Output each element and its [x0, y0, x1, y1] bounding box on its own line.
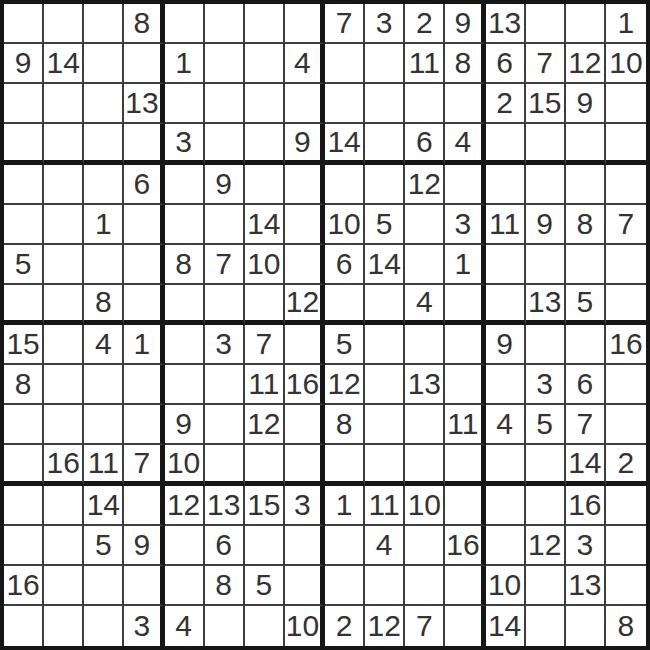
cell-r16c1[interactable]: [4, 606, 44, 646]
cell-r14c15[interactable]: 3: [566, 526, 606, 566]
cell-r4c7[interactable]: [245, 124, 285, 164]
cell-r11c1[interactable]: [4, 405, 44, 445]
cell-r11c15[interactable]: 7: [566, 405, 606, 445]
cell-r7c12[interactable]: 1: [445, 245, 485, 285]
cell-r12c9[interactable]: [325, 445, 365, 485]
cell-r10c16[interactable]: [606, 365, 646, 405]
cell-r2c5[interactable]: 1: [165, 44, 205, 84]
cell-r16c9[interactable]: 2: [325, 606, 365, 646]
cell-r7c14[interactable]: [526, 245, 566, 285]
cell-r3c3[interactable]: [84, 84, 124, 124]
cell-r7c6[interactable]: 7: [205, 245, 245, 285]
cell-r10c7[interactable]: 11: [245, 365, 285, 405]
cell-r16c15[interactable]: [566, 606, 606, 646]
cell-r16c7[interactable]: [245, 606, 285, 646]
cell-r13c7[interactable]: 15: [245, 486, 285, 526]
cell-r9c3[interactable]: 4: [84, 325, 124, 365]
cell-r13c15[interactable]: 16: [566, 486, 606, 526]
cell-r7c15[interactable]: [566, 245, 606, 285]
cell-r2c15[interactable]: 12: [566, 44, 606, 84]
cell-r2c4[interactable]: [124, 44, 164, 84]
cell-r1c16[interactable]: 1: [606, 4, 646, 44]
cell-r5c1[interactable]: [4, 165, 44, 205]
cell-r5c7[interactable]: [245, 165, 285, 205]
cell-r6c5[interactable]: [165, 205, 205, 245]
cell-r9c9[interactable]: 5: [325, 325, 365, 365]
cell-r7c8[interactable]: [285, 245, 325, 285]
cell-r5c10[interactable]: [365, 165, 405, 205]
cell-r3c6[interactable]: [205, 84, 245, 124]
cell-r3c4[interactable]: 13: [124, 84, 164, 124]
cell-r1c14[interactable]: [526, 4, 566, 44]
cell-r12c2[interactable]: 16: [44, 445, 84, 485]
cell-r9c8[interactable]: [285, 325, 325, 365]
cell-r13c8[interactable]: 3: [285, 486, 325, 526]
cell-r8c11[interactable]: 4: [405, 285, 445, 325]
cell-r4c14[interactable]: [526, 124, 566, 164]
cell-r6c1[interactable]: [4, 205, 44, 245]
cell-r3c8[interactable]: [285, 84, 325, 124]
cell-r12c1[interactable]: [4, 445, 44, 485]
cell-r14c3[interactable]: 5: [84, 526, 124, 566]
cell-r11c8[interactable]: [285, 405, 325, 445]
cell-r13c4[interactable]: [124, 486, 164, 526]
cell-r11c9[interactable]: 8: [325, 405, 365, 445]
cell-r14c7[interactable]: [245, 526, 285, 566]
cell-r4c13[interactable]: [486, 124, 526, 164]
cell-r3c2[interactable]: [44, 84, 84, 124]
cell-r2c16[interactable]: 10: [606, 44, 646, 84]
cell-r3c16[interactable]: [606, 84, 646, 124]
cell-r9c7[interactable]: 7: [245, 325, 285, 365]
cell-r15c11[interactable]: [405, 566, 445, 606]
cell-r2c2[interactable]: 14: [44, 44, 84, 84]
cell-r6c11[interactable]: [405, 205, 445, 245]
cell-r9c11[interactable]: [405, 325, 445, 365]
cell-r5c14[interactable]: [526, 165, 566, 205]
cell-r14c6[interactable]: 6: [205, 526, 245, 566]
cell-r13c10[interactable]: 11: [365, 486, 405, 526]
cell-r9c13[interactable]: 9: [486, 325, 526, 365]
cell-r16c5[interactable]: 4: [165, 606, 205, 646]
cell-r15c15[interactable]: 13: [566, 566, 606, 606]
cell-r6c7[interactable]: 14: [245, 205, 285, 245]
cell-r12c5[interactable]: 10: [165, 445, 205, 485]
cell-r2c1[interactable]: 9: [4, 44, 44, 84]
cell-r16c14[interactable]: [526, 606, 566, 646]
cell-r9c6[interactable]: 3: [205, 325, 245, 365]
cell-r8c9[interactable]: [325, 285, 365, 325]
cell-r14c2[interactable]: [44, 526, 84, 566]
cell-r14c14[interactable]: 12: [526, 526, 566, 566]
cell-r13c13[interactable]: [486, 486, 526, 526]
cell-r1c15[interactable]: [566, 4, 606, 44]
cell-r13c9[interactable]: 1: [325, 486, 365, 526]
cell-r2c8[interactable]: 4: [285, 44, 325, 84]
cell-r15c12[interactable]: [445, 566, 485, 606]
cell-r5c13[interactable]: [486, 165, 526, 205]
cell-r8c3[interactable]: 8: [84, 285, 124, 325]
cell-r15c10[interactable]: [365, 566, 405, 606]
cell-r13c2[interactable]: [44, 486, 84, 526]
cell-r4c3[interactable]: [84, 124, 124, 164]
cell-r14c11[interactable]: [405, 526, 445, 566]
cell-r15c6[interactable]: 8: [205, 566, 245, 606]
cell-r8c13[interactable]: [486, 285, 526, 325]
cell-r16c3[interactable]: [84, 606, 124, 646]
cell-r10c12[interactable]: [445, 365, 485, 405]
cell-r3c1[interactable]: [4, 84, 44, 124]
cell-r4c12[interactable]: 4: [445, 124, 485, 164]
cell-r8c7[interactable]: [245, 285, 285, 325]
cell-r12c11[interactable]: [405, 445, 445, 485]
cell-r13c14[interactable]: [526, 486, 566, 526]
cell-r6c12[interactable]: 3: [445, 205, 485, 245]
cell-r7c2[interactable]: [44, 245, 84, 285]
cell-r6c14[interactable]: 9: [526, 205, 566, 245]
cell-r5c5[interactable]: [165, 165, 205, 205]
cell-r16c6[interactable]: [205, 606, 245, 646]
cell-r1c11[interactable]: 2: [405, 4, 445, 44]
cell-r4c11[interactable]: 6: [405, 124, 445, 164]
cell-r11c11[interactable]: [405, 405, 445, 445]
cell-r15c5[interactable]: [165, 566, 205, 606]
cell-r10c9[interactable]: 12: [325, 365, 365, 405]
cell-r2c10[interactable]: [365, 44, 405, 84]
cell-r2c6[interactable]: [205, 44, 245, 84]
puzzle-page: 8732913191414118671210132159391464691211…: [0, 0, 650, 650]
cell-r8c8[interactable]: 12: [285, 285, 325, 325]
cell-r10c11[interactable]: 13: [405, 365, 445, 405]
cell-r5c16[interactable]: [606, 165, 646, 205]
cell-r5c11[interactable]: 12: [405, 165, 445, 205]
cell-r7c13[interactable]: [486, 245, 526, 285]
cell-r11c3[interactable]: [84, 405, 124, 445]
cell-r15c9[interactable]: [325, 566, 365, 606]
cell-r4c16[interactable]: [606, 124, 646, 164]
cell-r15c7[interactable]: 5: [245, 566, 285, 606]
cell-r12c7[interactable]: [245, 445, 285, 485]
cell-r1c2[interactable]: [44, 4, 84, 44]
cell-r14c16[interactable]: [606, 526, 646, 566]
cell-r10c13[interactable]: [486, 365, 526, 405]
cell-r15c2[interactable]: [44, 566, 84, 606]
cell-r6c15[interactable]: 8: [566, 205, 606, 245]
cell-r3c14[interactable]: 15: [526, 84, 566, 124]
cell-r16c12[interactable]: [445, 606, 485, 646]
cell-r13c16[interactable]: [606, 486, 646, 526]
cell-r2c14[interactable]: 7: [526, 44, 566, 84]
cell-r4c6[interactable]: [205, 124, 245, 164]
cell-r16c11[interactable]: 7: [405, 606, 445, 646]
cell-r10c10[interactable]: [365, 365, 405, 405]
cell-r5c4[interactable]: 6: [124, 165, 164, 205]
cell-r4c5[interactable]: 3: [165, 124, 205, 164]
cell-r8c12[interactable]: [445, 285, 485, 325]
cell-r6c4[interactable]: [124, 205, 164, 245]
cell-r5c8[interactable]: [285, 165, 325, 205]
cell-r3c15[interactable]: 9: [566, 84, 606, 124]
cell-r11c2[interactable]: [44, 405, 84, 445]
cell-r10c2[interactable]: [44, 365, 84, 405]
cell-r7c16[interactable]: [606, 245, 646, 285]
cell-r12c16[interactable]: 2: [606, 445, 646, 485]
cell-r1c8[interactable]: [285, 4, 325, 44]
cell-r16c4[interactable]: 3: [124, 606, 164, 646]
cell-r8c2[interactable]: [44, 285, 84, 325]
cell-r12c12[interactable]: [445, 445, 485, 485]
cell-r10c3[interactable]: [84, 365, 124, 405]
cell-r8c16[interactable]: [606, 285, 646, 325]
cell-r10c4[interactable]: [124, 365, 164, 405]
cell-r9c1[interactable]: 15: [4, 325, 44, 365]
cell-r7c4[interactable]: [124, 245, 164, 285]
cell-r15c14[interactable]: [526, 566, 566, 606]
cell-r5c12[interactable]: [445, 165, 485, 205]
cell-r7c1[interactable]: 5: [4, 245, 44, 285]
cell-r4c10[interactable]: [365, 124, 405, 164]
cell-r11c4[interactable]: [124, 405, 164, 445]
cell-r6c13[interactable]: 11: [486, 205, 526, 245]
cell-r16c10[interactable]: 12: [365, 606, 405, 646]
cell-r16c13[interactable]: 14: [486, 606, 526, 646]
cell-r16c8[interactable]: 10: [285, 606, 325, 646]
cell-r1c10[interactable]: 3: [365, 4, 405, 44]
cell-r8c15[interactable]: 5: [566, 285, 606, 325]
cell-r5c15[interactable]: [566, 165, 606, 205]
cell-r4c8[interactable]: 9: [285, 124, 325, 164]
cell-r11c6[interactable]: [205, 405, 245, 445]
cell-r13c5[interactable]: 12: [165, 486, 205, 526]
cell-r4c4[interactable]: [124, 124, 164, 164]
cell-r1c3[interactable]: [84, 4, 124, 44]
cell-r2c13[interactable]: 6: [486, 44, 526, 84]
cell-r4c9[interactable]: 14: [325, 124, 365, 164]
cell-r5c2[interactable]: [44, 165, 84, 205]
cell-r8c6[interactable]: [205, 285, 245, 325]
cell-r11c14[interactable]: 5: [526, 405, 566, 445]
cell-r7c9[interactable]: 6: [325, 245, 365, 285]
cell-r3c12[interactable]: [445, 84, 485, 124]
cell-r9c5[interactable]: [165, 325, 205, 365]
cell-r9c12[interactable]: [445, 325, 485, 365]
cell-r1c12[interactable]: 9: [445, 4, 485, 44]
cell-r8c5[interactable]: [165, 285, 205, 325]
cell-r5c3[interactable]: [84, 165, 124, 205]
cell-r3c7[interactable]: [245, 84, 285, 124]
cell-r3c5[interactable]: [165, 84, 205, 124]
cell-r1c5[interactable]: [165, 4, 205, 44]
cell-r2c3[interactable]: [84, 44, 124, 84]
cell-r8c10[interactable]: [365, 285, 405, 325]
cell-r11c10[interactable]: [365, 405, 405, 445]
cell-r11c13[interactable]: 4: [486, 405, 526, 445]
cell-r14c5[interactable]: [165, 526, 205, 566]
cell-r6c6[interactable]: [205, 205, 245, 245]
cell-r8c4[interactable]: [124, 285, 164, 325]
cell-r8c1[interactable]: [4, 285, 44, 325]
sudoku-board: 8732913191414118671210132159391464691211…: [0, 0, 650, 650]
cell-r14c13[interactable]: [486, 526, 526, 566]
cell-r14c1[interactable]: [4, 526, 44, 566]
cell-r2c7[interactable]: [245, 44, 285, 84]
cell-r3c13[interactable]: 2: [486, 84, 526, 124]
cell-r2c11[interactable]: 11: [405, 44, 445, 84]
cell-r2c12[interactable]: 8: [445, 44, 485, 84]
cell-r12c10[interactable]: [365, 445, 405, 485]
cell-r13c11[interactable]: 10: [405, 486, 445, 526]
cell-r14c8[interactable]: [285, 526, 325, 566]
cell-r6c3[interactable]: 1: [84, 205, 124, 245]
cell-r12c15[interactable]: 14: [566, 445, 606, 485]
cell-r6c8[interactable]: [285, 205, 325, 245]
cell-r10c1[interactable]: 8: [4, 365, 44, 405]
cell-r16c2[interactable]: [44, 606, 84, 646]
cell-r6c16[interactable]: 7: [606, 205, 646, 245]
cell-r15c4[interactable]: [124, 566, 164, 606]
cell-r10c15[interactable]: 6: [566, 365, 606, 405]
cell-r9c2[interactable]: [44, 325, 84, 365]
cell-r1c7[interactable]: [245, 4, 285, 44]
cell-r4c2[interactable]: [44, 124, 84, 164]
cell-r3c11[interactable]: [405, 84, 445, 124]
cell-r1c4[interactable]: 8: [124, 4, 164, 44]
cell-r9c10[interactable]: [365, 325, 405, 365]
cell-r13c3[interactable]: 14: [84, 486, 124, 526]
cell-r14c10[interactable]: 4: [365, 526, 405, 566]
cell-r12c4[interactable]: 7: [124, 445, 164, 485]
cell-r12c13[interactable]: [486, 445, 526, 485]
cell-r9c4[interactable]: 1: [124, 325, 164, 365]
cell-r13c1[interactable]: [4, 486, 44, 526]
cell-r7c3[interactable]: [84, 245, 124, 285]
cell-r11c12[interactable]: 11: [445, 405, 485, 445]
cell-r2c9[interactable]: [325, 44, 365, 84]
cell-r1c1[interactable]: [4, 4, 44, 44]
cell-r7c11[interactable]: [405, 245, 445, 285]
cell-r6c2[interactable]: [44, 205, 84, 245]
cell-r9c16[interactable]: 16: [606, 325, 646, 365]
cell-r10c5[interactable]: [165, 365, 205, 405]
cell-r7c5[interactable]: 8: [165, 245, 205, 285]
cell-r7c10[interactable]: 14: [365, 245, 405, 285]
cell-r8c14[interactable]: 13: [526, 285, 566, 325]
cell-r14c12[interactable]: 16: [445, 526, 485, 566]
cell-r9c14[interactable]: [526, 325, 566, 365]
cell-r7c7[interactable]: 10: [245, 245, 285, 285]
cell-r14c4[interactable]: 9: [124, 526, 164, 566]
cell-r1c9[interactable]: 7: [325, 4, 365, 44]
cell-r10c6[interactable]: [205, 365, 245, 405]
cell-r12c3[interactable]: 11: [84, 445, 124, 485]
cell-r13c12[interactable]: [445, 486, 485, 526]
cell-r1c13[interactable]: 13: [486, 4, 526, 44]
cell-r6c10[interactable]: 5: [365, 205, 405, 245]
cell-r11c16[interactable]: [606, 405, 646, 445]
cell-r6c9[interactable]: 10: [325, 205, 365, 245]
cell-r3c9[interactable]: [325, 84, 365, 124]
cell-r3c10[interactable]: [365, 84, 405, 124]
cell-r10c14[interactable]: 3: [526, 365, 566, 405]
cell-r12c6[interactable]: [205, 445, 245, 485]
cell-r15c13[interactable]: 10: [486, 566, 526, 606]
cell-r15c8[interactable]: [285, 566, 325, 606]
cell-r15c1[interactable]: 16: [4, 566, 44, 606]
cell-r9c15[interactable]: [566, 325, 606, 365]
cell-r12c8[interactable]: [285, 445, 325, 485]
cell-r13c6[interactable]: 13: [205, 486, 245, 526]
cell-r14c9[interactable]: [325, 526, 365, 566]
cell-r1c6[interactable]: [205, 4, 245, 44]
cell-r5c9[interactable]: [325, 165, 365, 205]
cell-r4c15[interactable]: [566, 124, 606, 164]
cell-r11c5[interactable]: 9: [165, 405, 205, 445]
cell-r12c14[interactable]: [526, 445, 566, 485]
cell-r4c1[interactable]: [4, 124, 44, 164]
cell-r15c3[interactable]: [84, 566, 124, 606]
cell-r11c7[interactable]: 12: [245, 405, 285, 445]
cell-r10c8[interactable]: 16: [285, 365, 325, 405]
cell-r5c6[interactable]: 9: [205, 165, 245, 205]
cell-r16c16[interactable]: 8: [606, 606, 646, 646]
cell-r15c16[interactable]: [606, 566, 646, 606]
